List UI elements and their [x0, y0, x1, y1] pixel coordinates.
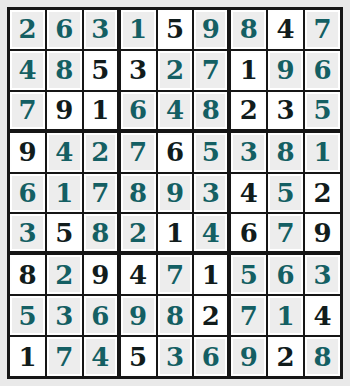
sudoku-cell-r9c2[interactable]: 7	[47, 337, 82, 376]
sudoku-cell-r6c9[interactable]: 9	[305, 214, 340, 253]
sudoku-cell-r7c1[interactable]: 8	[10, 255, 45, 294]
sudoku-cell-r8c7[interactable]: 7	[231, 296, 266, 335]
sudoku-cell-r8c4[interactable]: 9	[121, 296, 156, 335]
sudoku-cell-r3c6[interactable]: 8	[194, 92, 229, 131]
sudoku-cell-r2c7[interactable]: 1	[231, 51, 266, 90]
sudoku-cell-r9c9[interactable]: 8	[305, 337, 340, 376]
sudoku-cell-r9c7[interactable]: 9	[231, 337, 266, 376]
sudoku-cell-r4c3[interactable]: 2	[84, 133, 119, 172]
sudoku-cell-r1c2[interactable]: 6	[47, 10, 82, 49]
sudoku-cell-r1c7[interactable]: 8	[231, 10, 266, 49]
sudoku-board: 2631598474853271967916482359427653816178…	[7, 7, 343, 379]
sudoku-cell-r9c1[interactable]: 1	[10, 337, 45, 376]
sudoku-cell-r1c6[interactable]: 9	[194, 10, 229, 49]
sudoku-cell-r6c1[interactable]: 3	[10, 214, 45, 253]
sudoku-cell-r1c3[interactable]: 3	[84, 10, 119, 49]
sudoku-cell-r4c1[interactable]: 9	[10, 133, 45, 172]
sudoku-page: 2631598474853271967916482359427653816178…	[0, 0, 350, 386]
sudoku-cell-r6c3[interactable]: 8	[84, 214, 119, 253]
sudoku-cell-r2c5[interactable]: 2	[158, 51, 193, 90]
sudoku-cell-r4c9[interactable]: 1	[305, 133, 340, 172]
sudoku-cell-r3c3[interactable]: 1	[84, 92, 119, 131]
sudoku-cell-r8c8[interactable]: 1	[268, 296, 303, 335]
sudoku-cell-r3c2[interactable]: 9	[47, 92, 82, 131]
sudoku-cell-r2c8[interactable]: 9	[268, 51, 303, 90]
sudoku-cell-r6c5[interactable]: 1	[158, 214, 193, 253]
sudoku-cell-r2c9[interactable]: 6	[305, 51, 340, 90]
sudoku-cell-r2c4[interactable]: 3	[121, 51, 156, 90]
sudoku-cell-r2c2[interactable]: 8	[47, 51, 82, 90]
sudoku-cell-r6c8[interactable]: 7	[268, 214, 303, 253]
sudoku-cell-r8c2[interactable]: 3	[47, 296, 82, 335]
sudoku-cell-r7c2[interactable]: 2	[47, 255, 82, 294]
sudoku-cell-r1c1[interactable]: 2	[10, 10, 45, 49]
sudoku-cell-r9c5[interactable]: 3	[158, 337, 193, 376]
sudoku-cell-r4c2[interactable]: 4	[47, 133, 82, 172]
sudoku-cell-r5c1[interactable]: 6	[10, 174, 45, 213]
sudoku-cell-r7c3[interactable]: 9	[84, 255, 119, 294]
sudoku-cell-r1c5[interactable]: 5	[158, 10, 193, 49]
sudoku-cell-r7c8[interactable]: 6	[268, 255, 303, 294]
sudoku-cell-r5c2[interactable]: 1	[47, 174, 82, 213]
sudoku-cell-r8c5[interactable]: 8	[158, 296, 193, 335]
sudoku-cell-r9c3[interactable]: 4	[84, 337, 119, 376]
sudoku-cell-r9c8[interactable]: 2	[268, 337, 303, 376]
sudoku-cell-r6c7[interactable]: 6	[231, 214, 266, 253]
sudoku-cell-r2c3[interactable]: 5	[84, 51, 119, 90]
sudoku-cell-r5c9[interactable]: 2	[305, 174, 340, 213]
sudoku-cell-r6c4[interactable]: 2	[121, 214, 156, 253]
sudoku-cell-r7c6[interactable]: 1	[194, 255, 229, 294]
sudoku-cell-r3c8[interactable]: 3	[268, 92, 303, 131]
sudoku-cell-r5c3[interactable]: 7	[84, 174, 119, 213]
sudoku-cell-r2c6[interactable]: 7	[194, 51, 229, 90]
sudoku-cell-r4c7[interactable]: 3	[231, 133, 266, 172]
sudoku-cell-r9c6[interactable]: 6	[194, 337, 229, 376]
sudoku-cell-r5c4[interactable]: 8	[121, 174, 156, 213]
sudoku-cell-r6c6[interactable]: 4	[194, 214, 229, 253]
sudoku-cell-r1c8[interactable]: 4	[268, 10, 303, 49]
sudoku-cell-r7c9[interactable]: 3	[305, 255, 340, 294]
sudoku-cell-r4c4[interactable]: 7	[121, 133, 156, 172]
sudoku-cell-r4c8[interactable]: 8	[268, 133, 303, 172]
sudoku-cell-r4c5[interactable]: 6	[158, 133, 193, 172]
sudoku-cell-r6c2[interactable]: 5	[47, 214, 82, 253]
sudoku-cell-r3c1[interactable]: 7	[10, 92, 45, 131]
sudoku-cell-r5c5[interactable]: 9	[158, 174, 193, 213]
sudoku-cell-r2c1[interactable]: 4	[10, 51, 45, 90]
sudoku-cell-r5c7[interactable]: 4	[231, 174, 266, 213]
sudoku-cell-r8c9[interactable]: 4	[305, 296, 340, 335]
sudoku-cell-r7c4[interactable]: 4	[121, 255, 156, 294]
sudoku-cell-r8c3[interactable]: 6	[84, 296, 119, 335]
sudoku-cell-r5c8[interactable]: 5	[268, 174, 303, 213]
sudoku-cell-r3c4[interactable]: 6	[121, 92, 156, 131]
sudoku-cell-r7c7[interactable]: 5	[231, 255, 266, 294]
sudoku-cell-r3c5[interactable]: 4	[158, 92, 193, 131]
sudoku-cell-r7c5[interactable]: 7	[158, 255, 193, 294]
sudoku-cell-r5c6[interactable]: 3	[194, 174, 229, 213]
sudoku-cell-r8c6[interactable]: 2	[194, 296, 229, 335]
sudoku-cell-r8c1[interactable]: 5	[10, 296, 45, 335]
sudoku-cell-r1c4[interactable]: 1	[121, 10, 156, 49]
sudoku-cell-r3c9[interactable]: 5	[305, 92, 340, 131]
sudoku-cell-r1c9[interactable]: 7	[305, 10, 340, 49]
sudoku-cell-r3c7[interactable]: 2	[231, 92, 266, 131]
sudoku-cell-r4c6[interactable]: 5	[194, 133, 229, 172]
sudoku-cell-r9c4[interactable]: 5	[121, 337, 156, 376]
